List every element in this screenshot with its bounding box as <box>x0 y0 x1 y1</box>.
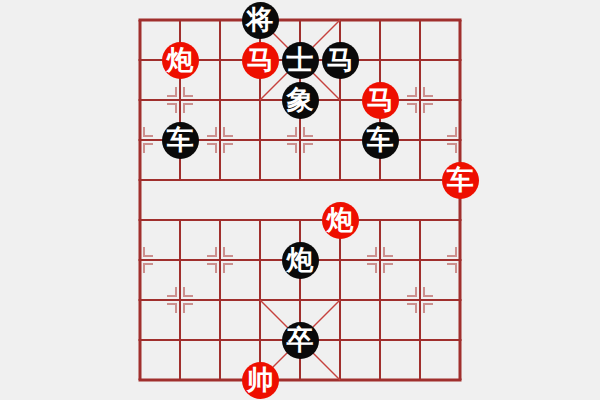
piece-black-horse[interactable]: 马 <box>322 42 359 79</box>
piece-red-horse-left[interactable]: 马 <box>242 42 279 79</box>
piece-black-cannon[interactable]: 炮 <box>282 242 319 279</box>
piece-red-cannon-left[interactable]: 炮 <box>162 42 199 79</box>
board-point-5-5: 炮 <box>320 200 360 240</box>
piece-grid: 将炮马士马象马车车车炮炮卒帅 <box>120 0 480 400</box>
board-point-4-8: 卒 <box>280 320 320 360</box>
piece-black-chariot-left[interactable]: 车 <box>162 122 199 159</box>
xiangqi-board: 将炮马士马象马车车车炮炮卒帅 <box>0 0 600 400</box>
piece-black-soldier[interactable]: 卒 <box>282 322 319 359</box>
piece-red-general[interactable]: 帅 <box>242 362 279 399</box>
board-point-4-6: 炮 <box>280 240 320 280</box>
board-point-6-3: 车 <box>360 120 400 160</box>
board-point-3-0: 将 <box>240 0 280 40</box>
board-point-1-3: 车 <box>160 120 200 160</box>
board-point-3-9: 帅 <box>240 360 280 400</box>
piece-black-elephant[interactable]: 象 <box>282 82 319 119</box>
board-point-4-1: 士 <box>280 40 320 80</box>
board-point-4-2: 象 <box>280 80 320 120</box>
piece-black-general[interactable]: 将 <box>242 2 279 39</box>
piece-red-chariot[interactable]: 车 <box>442 162 479 199</box>
board-point-6-2: 马 <box>360 80 400 120</box>
piece-red-cannon-center[interactable]: 炮 <box>322 202 359 239</box>
board-point-8-4: 车 <box>440 160 480 200</box>
board-point-5-1: 马 <box>320 40 360 80</box>
board-point-1-1: 炮 <box>160 40 200 80</box>
xiangqi-diagram: 将炮马士马象马车车车炮炮卒帅 <box>0 0 600 400</box>
piece-black-advisor[interactable]: 士 <box>282 42 319 79</box>
board-point-3-1: 马 <box>240 40 280 80</box>
piece-red-horse-right[interactable]: 马 <box>362 82 399 119</box>
piece-black-chariot-right[interactable]: 车 <box>362 122 399 159</box>
